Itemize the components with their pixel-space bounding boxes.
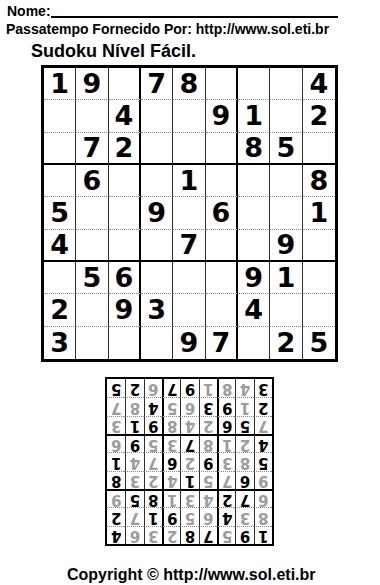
puzzle-cell-r5c6: 6 <box>206 197 238 229</box>
puzzle-cell-r4c9: 8 <box>303 165 335 197</box>
solution-cell-r8c2: 1 <box>235 397 253 415</box>
puzzle-cell-r2c2 <box>76 100 108 132</box>
puzzle-cell-r2c5 <box>173 100 205 132</box>
solution-cell-r5c8: 4 <box>125 452 143 470</box>
puzzle-cell-r1c9: 4 <box>303 68 335 100</box>
solution-cell-r8c9: 7 <box>107 397 125 415</box>
puzzle-cell-r3c6 <box>206 133 238 165</box>
solution-cell-r2c2: 3 <box>235 507 253 525</box>
solution-cell-r4c8: 3 <box>125 471 143 489</box>
puzzle-cell-r9c2 <box>76 327 108 359</box>
puzzle-cell-r6c4 <box>141 230 173 262</box>
solution-cell-r2c8: 7 <box>125 507 143 525</box>
solution-cell-r1c3: 5 <box>217 526 235 544</box>
solution-cell-r4c6: 4 <box>162 471 180 489</box>
solution-cell-r3c1: 6 <box>254 489 272 507</box>
puzzle-cell-r7c6 <box>206 262 238 294</box>
puzzle-cell-r8c5 <box>173 294 205 326</box>
solution-cell-r2c5: 5 <box>180 507 198 525</box>
puzzle-cell-r1c7 <box>238 68 270 100</box>
solution-cell-r5c2: 8 <box>235 452 253 470</box>
puzzle-cell-r7c2: 5 <box>76 262 108 294</box>
solution-cell-r4c5: 1 <box>180 471 198 489</box>
puzzle-cell-r7c7: 9 <box>238 262 270 294</box>
solution-cell-r9c4: 1 <box>199 379 217 397</box>
solution-cell-r6c5: 7 <box>180 434 198 452</box>
solution-cell-r6c8: 9 <box>125 434 143 452</box>
solution-cell-r4c1: 9 <box>254 471 272 489</box>
solution-cell-r9c8: 2 <box>125 379 143 397</box>
solution-cell-r4c3: 7 <box>217 471 235 489</box>
solution-cell-r7c4: 2 <box>199 416 217 434</box>
solution-cell-r5c9: 1 <box>107 452 125 470</box>
puzzle-cell-r4c4 <box>141 165 173 197</box>
solution-cell-r3c7: 8 <box>144 489 162 507</box>
puzzle-cell-r5c8 <box>270 197 302 229</box>
puzzle-cell-r2c3: 4 <box>109 100 141 132</box>
solution-cell-r3c3: 2 <box>217 489 235 507</box>
puzzle-cell-r1c4: 7 <box>141 68 173 100</box>
puzzle-cell-r9c3 <box>109 327 141 359</box>
puzzle-cell-r5c3 <box>109 197 141 229</box>
solution-cell-r9c1: 3 <box>254 379 272 397</box>
puzzle-cell-r6c8: 9 <box>270 230 302 262</box>
puzzle-cell-r7c1 <box>44 262 76 294</box>
puzzle-cell-r5c2 <box>76 197 108 229</box>
puzzle-cell-r7c9 <box>303 262 335 294</box>
solution-cell-r6c4: 8 <box>199 434 217 452</box>
puzzle-cell-r3c1 <box>44 133 76 165</box>
puzzle-cell-r4c1 <box>44 165 76 197</box>
puzzle-cell-r4c3 <box>109 165 141 197</box>
puzzle-cell-r2c8 <box>270 100 302 132</box>
puzzle-cell-r5c7 <box>238 197 270 229</box>
solution-cell-r6c7: 5 <box>144 434 162 452</box>
solution-cell-r5c3: 3 <box>217 452 235 470</box>
puzzle-cell-r6c5: 7 <box>173 230 205 262</box>
puzzle-cell-r9c5: 9 <box>173 327 205 359</box>
puzzle-cell-r8c2 <box>76 294 108 326</box>
puzzle-cell-r8c7: 4 <box>238 294 270 326</box>
puzzle-cell-r3c9 <box>303 133 335 165</box>
solution-cell-r7c2: 5 <box>235 416 253 434</box>
puzzle-cell-r5c5 <box>173 197 205 229</box>
solution-cell-r7c7: 9 <box>144 416 162 434</box>
solution-cell-r2c1: 8 <box>254 507 272 525</box>
sudoku-solution-grid-rotated: 1957823648346591726724318599675142385839… <box>105 377 274 546</box>
copyright-text: Copyright © http://www.sol.eti.br <box>67 566 316 584</box>
solution-cell-r3c4: 4 <box>199 489 217 507</box>
puzzle-cell-r8c8 <box>270 294 302 326</box>
puzzle-cell-r3c8: 5 <box>270 133 302 165</box>
puzzle-cell-r1c8 <box>270 68 302 100</box>
solution-cell-r8c7: 4 <box>144 397 162 415</box>
puzzle-cell-r8c1: 2 <box>44 294 76 326</box>
solution-cell-r2c4: 6 <box>199 507 217 525</box>
solution-cell-r8c5: 6 <box>180 397 198 415</box>
puzzle-cell-r4c6 <box>206 165 238 197</box>
provided-by-text: Passatempo Fornecido Por: http://www.sol… <box>6 21 329 37</box>
puzzle-cell-r1c6 <box>206 68 238 100</box>
solution-cell-r3c2: 7 <box>235 489 253 507</box>
puzzle-cell-r7c3: 6 <box>109 262 141 294</box>
puzzle-cell-r3c7: 8 <box>238 133 270 165</box>
solution-cell-r8c6: 5 <box>162 397 180 415</box>
solution-cell-r2c7: 1 <box>144 507 162 525</box>
solution-cell-r1c8: 6 <box>125 526 143 544</box>
solution-cell-r3c6: 1 <box>162 489 180 507</box>
solution-cell-r2c9: 2 <box>107 507 125 525</box>
solution-cell-r6c6: 3 <box>162 434 180 452</box>
puzzle-cell-r6c1: 4 <box>44 230 76 262</box>
solution-cell-r5c4: 9 <box>199 452 217 470</box>
puzzle-cell-r7c5 <box>173 262 205 294</box>
solution-cell-r7c3: 6 <box>217 416 235 434</box>
puzzle-cell-r2c6: 9 <box>206 100 238 132</box>
puzzle-cell-r2c4 <box>141 100 173 132</box>
puzzle-cell-r2c9: 2 <box>303 100 335 132</box>
puzzle-cell-r9c8: 2 <box>270 327 302 359</box>
puzzle-cell-r9c1: 3 <box>44 327 76 359</box>
solution-cell-r5c5: 2 <box>180 452 198 470</box>
solution-cell-r4c9: 8 <box>107 471 125 489</box>
solution-cell-r6c1: 4 <box>254 434 272 452</box>
puzzle-cell-r1c2: 9 <box>76 68 108 100</box>
puzzle-cell-r4c7 <box>238 165 270 197</box>
puzzle-cell-r8c9 <box>303 294 335 326</box>
puzzle-cell-r3c3: 2 <box>109 133 141 165</box>
puzzle-cell-r5c9: 1 <box>303 197 335 229</box>
puzzle-cell-r9c6: 7 <box>206 327 238 359</box>
puzzle-cell-r7c4 <box>141 262 173 294</box>
solution-cell-r1c5: 8 <box>180 526 198 544</box>
puzzle-cell-r8c4: 3 <box>141 294 173 326</box>
solution-cell-r8c1: 2 <box>254 397 272 415</box>
puzzle-cell-r4c8 <box>270 165 302 197</box>
solution-cell-r9c2: 4 <box>235 379 253 397</box>
puzzle-cell-r4c5: 1 <box>173 165 205 197</box>
puzzle-cell-r6c2 <box>76 230 108 262</box>
puzzle-cell-r8c3: 9 <box>109 294 141 326</box>
name-field-row: Nome: <box>7 3 338 19</box>
puzzle-cell-r3c2: 7 <box>76 133 108 165</box>
puzzle-cell-r1c3 <box>109 68 141 100</box>
solution-cell-r2c3: 4 <box>217 507 235 525</box>
worksheet-page: Nome: Passatempo Fornecido Por: http://w… <box>0 0 380 585</box>
solution-cell-r1c4: 7 <box>199 526 217 544</box>
sudoku-puzzle-grid: 197844912728561859614795691293439725 <box>41 65 338 362</box>
solution-cell-r4c2: 6 <box>235 471 253 489</box>
puzzle-cell-r6c7 <box>238 230 270 262</box>
puzzle-cell-r3c4 <box>141 133 173 165</box>
name-blank-line <box>51 6 338 18</box>
puzzle-cell-r4c2: 6 <box>76 165 108 197</box>
solution-cell-r2c6: 9 <box>162 507 180 525</box>
solution-cell-r5c6: 6 <box>162 452 180 470</box>
solution-cell-r5c7: 7 <box>144 452 162 470</box>
solution-cell-r1c7: 3 <box>144 526 162 544</box>
puzzle-cell-r1c1: 1 <box>44 68 76 100</box>
puzzle-cell-r9c4 <box>141 327 173 359</box>
solution-cell-r8c4: 3 <box>199 397 217 415</box>
solution-cell-r3c8: 5 <box>125 489 143 507</box>
solution-cell-r7c6: 8 <box>162 416 180 434</box>
puzzle-cell-r8c6 <box>206 294 238 326</box>
solution-cell-r7c9: 3 <box>107 416 125 434</box>
puzzle-cell-r1c5: 8 <box>173 68 205 100</box>
solution-cell-r4c7: 2 <box>144 471 162 489</box>
page-title: Sudoku Nível Fácil. <box>31 41 196 62</box>
solution-cell-r7c5: 4 <box>180 416 198 434</box>
solution-cell-r1c9: 4 <box>107 526 125 544</box>
solution-cell-r3c5: 3 <box>180 489 198 507</box>
solution-cell-r7c8: 1 <box>125 416 143 434</box>
solution-cell-r6c2: 2 <box>235 434 253 452</box>
solution-cell-r9c9: 5 <box>107 379 125 397</box>
solution-cell-r6c9: 6 <box>107 434 125 452</box>
solution-cell-r9c5: 9 <box>180 379 198 397</box>
puzzle-cell-r6c6 <box>206 230 238 262</box>
solution-cell-r9c6: 7 <box>162 379 180 397</box>
solution-cell-r5c1: 5 <box>254 452 272 470</box>
solution-cell-r1c1: 1 <box>254 526 272 544</box>
puzzle-cell-r5c1: 5 <box>44 197 76 229</box>
puzzle-cell-r3c5 <box>173 133 205 165</box>
puzzle-cell-r9c9: 5 <box>303 327 335 359</box>
solution-cell-r8c3: 9 <box>217 397 235 415</box>
solution-cell-r6c3: 1 <box>217 434 235 452</box>
solution-cell-r1c2: 9 <box>235 526 253 544</box>
puzzle-cell-r9c7 <box>238 327 270 359</box>
solution-cell-r3c9: 9 <box>107 489 125 507</box>
puzzle-cell-r2c7: 1 <box>238 100 270 132</box>
solution-cell-r7c1: 7 <box>254 416 272 434</box>
puzzle-cell-r6c9 <box>303 230 335 262</box>
puzzle-cell-r7c8: 1 <box>270 262 302 294</box>
solution-cell-r9c3: 8 <box>217 379 235 397</box>
solution-cell-r4c4: 5 <box>199 471 217 489</box>
name-label: Nome: <box>7 3 51 19</box>
solution-cell-r9c7: 6 <box>144 379 162 397</box>
solution-cell-r8c8: 8 <box>125 397 143 415</box>
puzzle-cell-r6c3 <box>109 230 141 262</box>
puzzle-cell-r5c4: 9 <box>141 197 173 229</box>
solution-cell-r1c6: 2 <box>162 526 180 544</box>
puzzle-cell-r2c1 <box>44 100 76 132</box>
